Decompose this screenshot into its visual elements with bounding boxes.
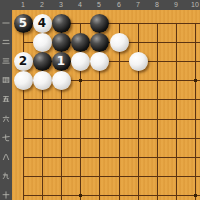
row-label-1 <box>2 19 10 27</box>
grid-line-v-10 <box>195 23 196 200</box>
go-board[interactable]: 5421 <box>12 10 200 200</box>
grid-line-h-7 <box>23 138 200 139</box>
grid-line-v-8 <box>157 23 158 200</box>
column-label-3: 3 <box>59 0 63 10</box>
row-label-6 <box>2 115 10 123</box>
stone-white-3-4 <box>52 71 71 90</box>
move-number-label: 1 <box>57 55 65 67</box>
grid-line-h-8 <box>23 157 200 158</box>
row-label-9 <box>2 172 10 180</box>
grid-line-v-1 <box>23 23 24 200</box>
row-label-3 <box>2 57 10 65</box>
kanji-numeral-icon <box>2 172 10 180</box>
row-label-5 <box>2 95 10 103</box>
column-coordinates-bar: 12345678910 <box>0 0 200 10</box>
stone-black-5-2 <box>90 33 109 52</box>
column-label-10: 10 <box>191 0 199 10</box>
row-label-4 <box>2 76 10 84</box>
grid-line-h-9 <box>23 176 200 177</box>
row-label-8 <box>2 153 10 161</box>
column-label-7: 7 <box>136 0 140 10</box>
stone-black-3-3: 1 <box>52 52 71 71</box>
star-point-10-10 <box>194 194 197 197</box>
move-number-label: 2 <box>19 55 27 67</box>
kanji-numeral-icon <box>2 153 10 161</box>
grid-line-h-5 <box>23 99 200 100</box>
kanji-numeral-icon <box>2 19 10 27</box>
column-label-9: 9 <box>174 0 178 10</box>
grid-line-v-9 <box>176 23 177 200</box>
kanji-numeral-icon <box>2 134 10 142</box>
stone-black-2-3 <box>33 52 52 71</box>
row-label-10 <box>2 191 10 199</box>
kanji-numeral-icon <box>2 57 10 65</box>
kanji-numeral-icon <box>2 76 10 84</box>
column-label-8: 8 <box>155 0 159 10</box>
move-number-label: 5 <box>19 17 27 29</box>
stone-white-6-2 <box>110 33 129 52</box>
kanji-numeral-icon <box>2 95 10 103</box>
stone-black-5-1 <box>90 14 109 33</box>
stone-black-3-2 <box>52 33 71 52</box>
column-label-1: 1 <box>21 0 25 10</box>
kanji-numeral-icon <box>2 38 10 46</box>
column-label-6: 6 <box>117 0 121 10</box>
stone-black-4-2 <box>71 33 90 52</box>
kanji-numeral-icon <box>2 191 10 199</box>
row-label-2 <box>2 38 10 46</box>
go-app-window: 5421 12345678910 <box>0 0 200 200</box>
stone-white-2-2 <box>33 33 52 52</box>
stone-white-2-1: 4 <box>33 14 52 33</box>
grid-line-h-10 <box>23 195 200 196</box>
column-label-2: 2 <box>40 0 44 10</box>
stone-white-5-3 <box>90 52 109 71</box>
grid-line-v-7 <box>138 23 139 200</box>
column-label-5: 5 <box>97 0 101 10</box>
move-number-label: 4 <box>38 17 46 29</box>
star-point-4-4 <box>79 79 82 82</box>
stone-black-1-1: 5 <box>14 14 33 33</box>
stone-black-3-1 <box>52 14 71 33</box>
star-point-10-4 <box>194 79 197 82</box>
stone-white-7-3 <box>129 52 148 71</box>
star-point-4-10 <box>79 194 82 197</box>
kanji-numeral-icon <box>2 115 10 123</box>
stone-white-1-4 <box>14 71 33 90</box>
stone-white-4-3 <box>71 52 90 71</box>
stone-white-1-3: 2 <box>14 52 33 71</box>
grid-line-h-6 <box>23 119 200 120</box>
row-label-7 <box>2 134 10 142</box>
row-coordinates-bar <box>0 10 12 200</box>
stone-white-2-4 <box>33 71 52 90</box>
column-label-4: 4 <box>78 0 82 10</box>
